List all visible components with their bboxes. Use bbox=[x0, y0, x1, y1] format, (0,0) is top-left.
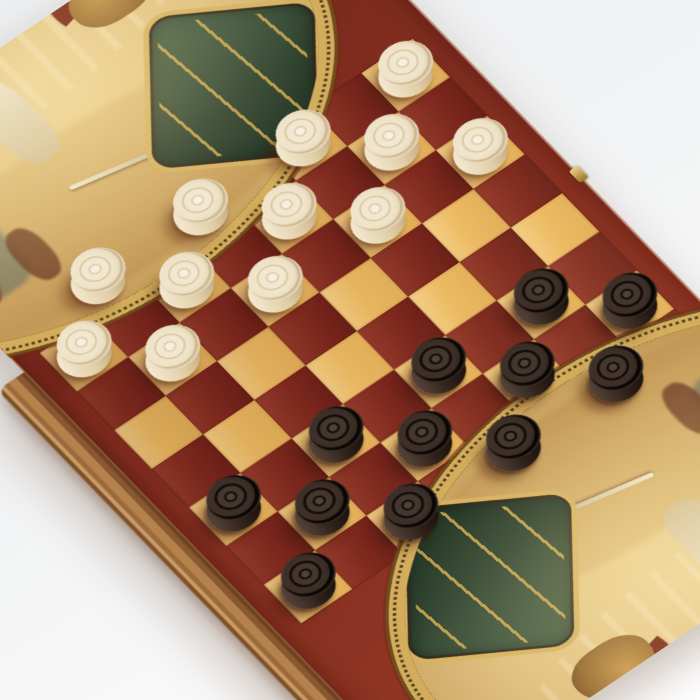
photo-backdrop bbox=[0, 0, 700, 700]
piece-black-c8[interactable] bbox=[373, 486, 449, 549]
piece-black-g8[interactable] bbox=[578, 349, 654, 412]
piece-white-h3[interactable] bbox=[442, 121, 518, 184]
piece-white-a2[interactable] bbox=[46, 324, 122, 387]
piece-black-g6[interactable] bbox=[503, 271, 579, 334]
piece-black-b7[interactable] bbox=[284, 482, 360, 545]
piece-white-c2[interactable] bbox=[149, 255, 225, 318]
piece-white-b1[interactable] bbox=[60, 250, 136, 313]
piece-black-e8[interactable] bbox=[475, 417, 551, 480]
piece-black-a6[interactable] bbox=[195, 478, 271, 541]
piece-white-b3[interactable] bbox=[135, 328, 211, 391]
piece-black-d7[interactable] bbox=[387, 413, 463, 476]
piece-black-a8[interactable] bbox=[270, 555, 346, 618]
piece-black-c6[interactable] bbox=[298, 409, 374, 472]
piece-white-h1[interactable] bbox=[368, 44, 444, 107]
piece-white-g2[interactable] bbox=[354, 117, 430, 180]
piece-black-e6[interactable] bbox=[400, 340, 476, 403]
piece-white-e2[interactable] bbox=[251, 186, 327, 249]
piece-black-h7[interactable] bbox=[592, 275, 668, 338]
pieces-layer bbox=[0, 0, 700, 700]
piece-white-d1[interactable] bbox=[162, 182, 238, 245]
piece-white-d3[interactable] bbox=[237, 259, 313, 322]
piece-white-f1[interactable] bbox=[265, 113, 341, 176]
piece-white-f3[interactable] bbox=[340, 190, 416, 253]
game-box bbox=[0, 0, 700, 700]
piece-black-f7[interactable] bbox=[489, 344, 565, 407]
